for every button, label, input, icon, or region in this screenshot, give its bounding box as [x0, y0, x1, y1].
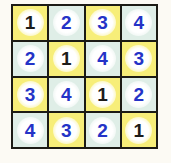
cell-number: 3 — [134, 49, 145, 68]
cell-r0c2[interactable]: 3 — [86, 6, 120, 40]
cell-r3c3[interactable]: 1 — [122, 113, 156, 147]
cell-number: 4 — [97, 49, 108, 68]
board: 1234214334124321 — [11, 4, 158, 149]
page-background: 1234214334124321 — [0, 0, 171, 163]
cell-r0c1[interactable]: 2 — [49, 6, 83, 40]
cell-r2c1[interactable]: 4 — [49, 78, 83, 112]
cell-r3c2[interactable]: 2 — [86, 113, 120, 147]
cell-number: 3 — [61, 121, 72, 140]
cell-number: 1 — [97, 85, 108, 104]
cell-number: 4 — [134, 13, 145, 32]
cell-r1c1[interactable]: 1 — [49, 42, 83, 76]
cell-r2c2[interactable]: 1 — [86, 78, 120, 112]
cell-number: 2 — [25, 49, 36, 68]
cell-number: 2 — [61, 13, 72, 32]
cell-number: 4 — [25, 121, 36, 140]
cell-number: 2 — [134, 85, 145, 104]
cell-number: 1 — [61, 49, 72, 68]
cell-r2c3[interactable]: 2 — [122, 78, 156, 112]
cell-number: 2 — [97, 121, 108, 140]
cell-number: 4 — [61, 85, 72, 104]
cell-number: 1 — [134, 121, 145, 140]
cell-number: 3 — [25, 85, 36, 104]
cell-r3c0[interactable]: 4 — [13, 113, 47, 147]
cell-number: 1 — [25, 13, 36, 32]
cell-r1c3[interactable]: 3 — [122, 42, 156, 76]
cell-r3c1[interactable]: 3 — [49, 113, 83, 147]
cell-r1c2[interactable]: 4 — [86, 42, 120, 76]
cell-r0c3[interactable]: 4 — [122, 6, 156, 40]
cell-r0c0[interactable]: 1 — [13, 6, 47, 40]
cell-number: 3 — [97, 13, 108, 32]
cell-r2c0[interactable]: 3 — [13, 78, 47, 112]
cell-r1c0[interactable]: 2 — [13, 42, 47, 76]
